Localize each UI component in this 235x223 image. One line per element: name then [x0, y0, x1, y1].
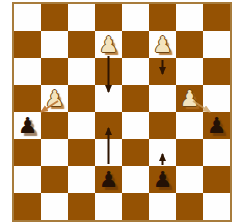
- move-arrows-layer: [14, 4, 230, 220]
- move-arrow-b4xa5: [193, 101, 210, 112]
- chess-board: ♟♟♟♟♟♟♟♟: [12, 2, 232, 222]
- move-arrow-g4xh5: [41, 101, 58, 112]
- pawn-moves-diagram: ♟♟♟♟♟♟♟♟: [0, 0, 235, 223]
